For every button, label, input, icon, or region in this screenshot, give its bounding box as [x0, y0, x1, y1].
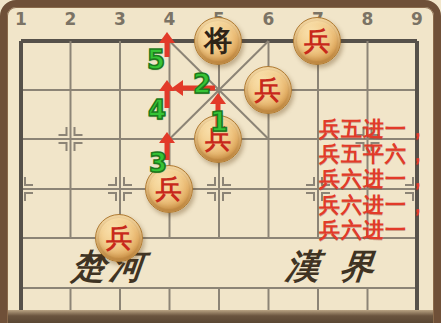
move-list-line-5: 兵六进一 [319, 216, 407, 244]
move-number-1: 1 [210, 107, 228, 137]
column-label-3: 3 [108, 9, 132, 29]
move-list-line-2: 兵五平六， [319, 140, 429, 168]
bottom-edge-band [0, 310, 441, 323]
piece-red-soldier[interactable]: 兵 [95, 214, 143, 262]
piece-glyph: 兵 [156, 176, 182, 202]
column-label-4: 4 [158, 9, 182, 29]
piece-red-soldier[interactable]: 兵 [293, 17, 341, 65]
move-number-2: 2 [193, 69, 211, 99]
column-label-9: 9 [405, 9, 429, 29]
move-list-line-1: 兵五进一， [319, 115, 429, 143]
move-number-3: 3 [149, 148, 167, 178]
piece-glyph: 将 [204, 27, 232, 55]
piece-glyph: 兵 [304, 28, 330, 54]
column-label-2: 2 [59, 9, 83, 29]
xiangqi-puzzle-screen: 123456789 楚河 漢界 兵五进一，兵五平六，兵六进一，兵六进一，兵六进一… [0, 0, 441, 323]
piece-glyph: 兵 [106, 225, 132, 251]
column-label-1: 1 [9, 9, 33, 29]
piece-red-soldier[interactable]: 兵 [244, 66, 292, 114]
piece-glyph: 兵 [255, 77, 281, 103]
move-number-4: 4 [148, 95, 166, 125]
piece-black-general[interactable]: 将 [194, 17, 242, 65]
move-list-line-4: 兵六进一， [319, 191, 429, 219]
column-label-8: 8 [356, 9, 380, 29]
move-list-line-3: 兵六进一， [319, 165, 429, 193]
move-number-5: 5 [147, 45, 165, 75]
column-label-6: 6 [257, 9, 281, 29]
river-label-han-border: 漢界 [284, 244, 397, 290]
